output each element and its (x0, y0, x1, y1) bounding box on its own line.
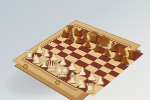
piece-black-pawn[interactable]: ♟ (103, 48, 112, 57)
piece-white-rook[interactable]: ♜ (84, 83, 96, 95)
chess-board: ♜♞♝♛♚♝♞♜♟♟♟♟♟♟♟♟♟♟♟♟♟♟♟♟♜♞♝♛♚♝♞♜ (12, 20, 141, 98)
brass-latch-icon (23, 64, 28, 69)
piece-black-pawn[interactable]: ♟ (120, 55, 130, 65)
square-h1[interactable]: ♜ (85, 83, 105, 97)
brass-latch-icon (55, 80, 60, 85)
piece-white-pawn[interactable]: ♟ (96, 75, 106, 85)
perspective-wrap: ♜♞♝♛♚♝♞♜♟♟♟♟♟♟♟♟♟♟♟♟♟♟♟♟♜♞♝♛♚♝♞♜ (3, 7, 149, 99)
piece-black-pawn[interactable]: ♟ (83, 39, 92, 48)
piece-black-pawn[interactable]: ♟ (93, 44, 102, 53)
piece-black-pawn[interactable]: ♟ (74, 36, 83, 45)
photo-scene: ♜♞♝♛♚♝♞♜♟♟♟♟♟♟♟♟♟♟♟♟♟♟♟♟♜♞♝♛♚♝♞♜ (0, 0, 150, 100)
board-stack: ♜♞♝♛♚♝♞♜♟♟♟♟♟♟♟♟♟♟♟♟♟♟♟♟♜♞♝♛♚♝♞♜ (3, 7, 149, 99)
